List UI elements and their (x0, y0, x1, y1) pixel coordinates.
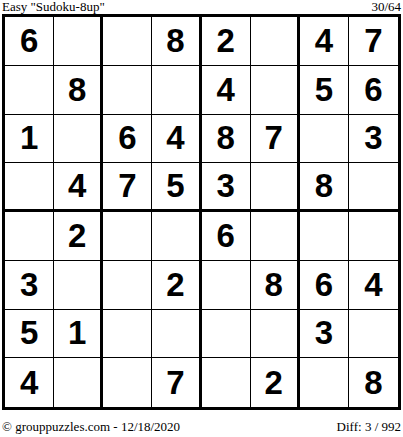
cell-r8c4: 7 (152, 358, 201, 407)
cell-r4c6[interactable] (251, 163, 300, 212)
cell-r7c8[interactable] (349, 310, 398, 359)
cell-r1c8: 7 (349, 17, 398, 66)
cell-r8c5[interactable] (202, 358, 251, 407)
footer: © grouppuzzles.com - 12/18/2020 Diff: 3 … (2, 420, 401, 434)
cell-r7c4[interactable] (152, 310, 201, 359)
cell-r1c5: 2 (202, 17, 251, 66)
cell-r2c6[interactable] (251, 66, 300, 115)
cell-r2c8: 6 (349, 66, 398, 115)
cell-r1c6[interactable] (251, 17, 300, 66)
cell-r6c1: 3 (5, 261, 54, 310)
cell-r4c2: 4 (54, 163, 103, 212)
cell-r2c5: 4 (202, 66, 251, 115)
cell-r1c1: 6 (5, 17, 54, 66)
cell-r7c1: 5 (5, 310, 54, 359)
cell-r8c8: 8 (349, 358, 398, 407)
cell-r8c3[interactable] (103, 358, 152, 407)
cell-r2c4[interactable] (152, 66, 201, 115)
cell-r5c3[interactable] (103, 212, 152, 261)
cell-r8c1: 4 (5, 358, 54, 407)
cell-r6c6: 8 (251, 261, 300, 310)
cell-r3c2[interactable] (54, 115, 103, 164)
cell-r6c2[interactable] (54, 261, 103, 310)
cell-r5c8[interactable] (349, 212, 398, 261)
cell-r3c6: 7 (251, 115, 300, 164)
cell-r4c5: 3 (202, 163, 251, 212)
cell-r5c7[interactable] (300, 212, 349, 261)
cell-r5c2: 2 (54, 212, 103, 261)
cell-r2c1[interactable] (5, 66, 54, 115)
cell-r8c7[interactable] (300, 358, 349, 407)
cell-r1c3[interactable] (103, 17, 152, 66)
cell-r7c5[interactable] (202, 310, 251, 359)
cell-r2c3[interactable] (103, 66, 152, 115)
cell-r5c6[interactable] (251, 212, 300, 261)
cell-r7c7: 3 (300, 310, 349, 359)
sudoku-board: 6824784561648734753826328645134728 (2, 14, 401, 410)
cell-r1c4: 8 (152, 17, 201, 66)
cell-r6c3[interactable] (103, 261, 152, 310)
cell-r3c3: 6 (103, 115, 152, 164)
cell-r1c2[interactable] (54, 17, 103, 66)
puzzle-title: Easy "Sudoku-8up" (2, 0, 105, 14)
puzzle-counter: 30/64 (371, 0, 401, 14)
cell-r5c5: 6 (202, 212, 251, 261)
cell-r4c8[interactable] (349, 163, 398, 212)
cell-r8c2[interactable] (54, 358, 103, 407)
copyright-text: © grouppuzzles.com - 12/18/2020 (2, 420, 180, 434)
cell-r3c8: 3 (349, 115, 398, 164)
cell-r4c4: 5 (152, 163, 201, 212)
cell-r5c4[interactable] (152, 212, 201, 261)
cell-r6c7: 6 (300, 261, 349, 310)
cell-r3c4: 4 (152, 115, 201, 164)
cell-r7c3[interactable] (103, 310, 152, 359)
cell-r3c7[interactable] (300, 115, 349, 164)
cell-r4c1[interactable] (5, 163, 54, 212)
cell-r7c6[interactable] (251, 310, 300, 359)
puzzle-page: Easy "Sudoku-8up" 30/64 6824784561648734… (0, 0, 403, 437)
cell-r8c6: 2 (251, 358, 300, 407)
difficulty-text: Diff: 3 / 992 (337, 420, 401, 434)
cell-r6c4: 2 (152, 261, 201, 310)
cell-r6c8: 4 (349, 261, 398, 310)
cell-r3c1: 1 (5, 115, 54, 164)
cell-r6c5[interactable] (202, 261, 251, 310)
cell-r3c5: 8 (202, 115, 251, 164)
cell-r4c7: 8 (300, 163, 349, 212)
header: Easy "Sudoku-8up" 30/64 (2, 0, 401, 14)
cell-r5c1[interactable] (5, 212, 54, 261)
cell-r2c2: 8 (54, 66, 103, 115)
cell-r4c3: 7 (103, 163, 152, 212)
cell-r7c2: 1 (54, 310, 103, 359)
cell-r1c7: 4 (300, 17, 349, 66)
cell-r2c7: 5 (300, 66, 349, 115)
